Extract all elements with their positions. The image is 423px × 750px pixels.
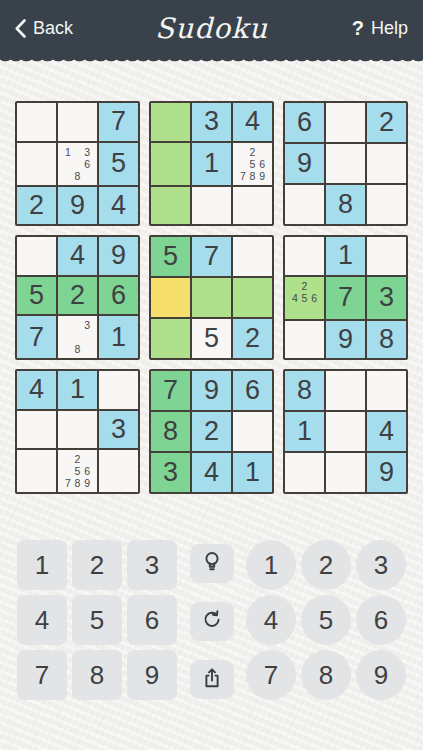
share-button[interactable] [190, 660, 234, 699]
cell-r8c3[interactable]: 3 [99, 411, 138, 449]
digit-button-3[interactable]: 3 [127, 540, 177, 590]
cell-value: 2 [204, 416, 219, 447]
cell-r8c6[interactable] [233, 412, 272, 451]
pencil-marks: 256789 [58, 450, 97, 492]
cell-r7c6[interactable]: 6 [233, 371, 272, 410]
cell-r7c9[interactable] [367, 371, 406, 410]
pencil-mark: 9 [257, 170, 267, 182]
cell-value: 5 [111, 148, 126, 179]
cell-value: 8 [338, 189, 353, 220]
cell-value: 9 [204, 375, 219, 406]
cell-r8c5[interactable]: 2 [192, 412, 231, 451]
pencil-mark: 5 [248, 158, 258, 170]
digit-button-9[interactable]: 9 [127, 650, 177, 700]
pencil-mark: 5 [73, 465, 83, 477]
cell-r7c3[interactable] [99, 371, 138, 409]
cell-r4c5[interactable]: 7 [192, 237, 231, 276]
box-3: 6298 [283, 101, 408, 226]
cell-r3c9[interactable] [367, 185, 406, 224]
cell-r1c2[interactable] [58, 103, 97, 141]
pencil-mark: 7 [63, 477, 73, 489]
cell-value: 4 [29, 374, 44, 405]
digit-button-1[interactable]: 1 [17, 540, 67, 590]
pencil-mark: 2 [248, 146, 258, 158]
pencil-mark: 2 [73, 453, 83, 465]
cell-r6c1[interactable]: 7 [17, 316, 56, 358]
pencil-marks: 2456 [285, 277, 324, 319]
cell-r4c6[interactable] [233, 237, 272, 276]
cell-r9c2[interactable]: 256789 [58, 450, 97, 492]
cell-r2c7[interactable]: 9 [285, 144, 324, 183]
note-button-7[interactable]: 7 [246, 650, 296, 700]
cell-r6c8[interactable]: 9 [326, 321, 365, 359]
pencil-mark: 7 [238, 170, 248, 182]
cell-r8c8[interactable] [326, 412, 365, 451]
cell-value: 4 [70, 240, 85, 271]
cell-value: 9 [379, 457, 394, 488]
cell-r5c5[interactable] [192, 278, 231, 317]
cell-r8c1[interactable] [17, 411, 56, 449]
cell-r1c3[interactable]: 7 [99, 103, 138, 141]
cell-r5c9[interactable]: 3 [367, 277, 406, 319]
pencil-marks: 38 [58, 316, 97, 358]
cell-r5c8[interactable]: 7 [326, 277, 365, 319]
pencil-mark: 6 [257, 158, 267, 170]
cell-r5c1[interactable]: 5 [17, 277, 56, 315]
cell-value: 6 [245, 375, 260, 406]
pencil-mark: 1 [63, 146, 73, 158]
digit-button-8[interactable]: 8 [72, 650, 122, 700]
cell-r7c2[interactable]: 1 [58, 371, 97, 409]
note-button-1[interactable]: 1 [246, 540, 296, 590]
cell-r9c9[interactable]: 9 [367, 453, 406, 492]
digit-button-6[interactable]: 6 [127, 595, 177, 645]
cell-value: 9 [70, 190, 85, 221]
header-wave-edge [0, 57, 423, 66]
cell-r4c7[interactable] [285, 237, 324, 275]
cell-value: 1 [204, 148, 219, 179]
pencil-mark: 8 [248, 170, 258, 182]
cell-value: 1 [338, 240, 353, 271]
cell-value: 6 [111, 280, 126, 311]
cell-r1c9[interactable]: 2 [367, 103, 406, 142]
cell-r1c1[interactable] [17, 103, 56, 141]
box-7: 413256789 [15, 369, 140, 494]
note-button-4[interactable]: 4 [246, 595, 296, 645]
cell-r8c7[interactable]: 1 [285, 412, 324, 451]
cell-r9c5[interactable]: 4 [192, 453, 231, 492]
cell-value: 7 [29, 322, 44, 353]
cell-value: 4 [204, 457, 219, 488]
cell-r2c9[interactable] [367, 144, 406, 183]
cell-r5c6[interactable] [233, 278, 272, 317]
cell-r5c2[interactable]: 2 [58, 277, 97, 315]
cell-r3c1[interactable]: 2 [17, 187, 56, 225]
pencil-mark: 3 [82, 319, 92, 331]
cell-value: 8 [297, 375, 312, 406]
cell-r3c4[interactable] [151, 187, 190, 225]
cell-value: 4 [379, 416, 394, 447]
back-label: Back [33, 18, 73, 39]
main-area: 7136852943412567896298495267381575212456… [0, 101, 423, 700]
digit-button-5[interactable]: 5 [72, 595, 122, 645]
note-button-2[interactable]: 2 [301, 540, 351, 590]
cell-value: 7 [204, 241, 219, 272]
cell-r2c2[interactable]: 1368 [58, 143, 97, 185]
cell-value: 7 [338, 282, 353, 313]
cell-r9c8[interactable] [326, 453, 365, 492]
cell-r3c5[interactable] [192, 187, 231, 225]
cell-value: 1 [245, 457, 260, 488]
number-pad-squares: 123456789 [17, 540, 177, 700]
cell-r7c5[interactable]: 9 [192, 371, 231, 410]
cell-r9c6[interactable]: 1 [233, 453, 272, 492]
box-9: 8149 [283, 369, 408, 494]
cell-r4c2[interactable]: 4 [58, 237, 97, 275]
cell-r7c7[interactable]: 8 [285, 371, 324, 410]
cell-value: 5 [204, 323, 219, 354]
cell-r5c3[interactable]: 6 [99, 277, 138, 315]
cell-r1c6[interactable]: 4 [233, 103, 272, 141]
cell-r4c8[interactable]: 1 [326, 237, 365, 275]
cell-value: 3 [163, 457, 178, 488]
pencil-mark: 6 [82, 158, 92, 170]
cell-r2c6[interactable]: 256789 [233, 143, 272, 185]
cell-value: 7 [163, 375, 178, 406]
digit-button-4[interactable]: 4 [17, 595, 67, 645]
cell-r2c8[interactable] [326, 144, 365, 183]
note-button-8[interactable]: 8 [301, 650, 351, 700]
cell-r2c3[interactable]: 5 [99, 143, 138, 185]
cell-value: 2 [29, 190, 44, 221]
cell-value: 2 [70, 280, 85, 311]
digit-button-2[interactable]: 2 [72, 540, 122, 590]
restart-button[interactable] [190, 602, 234, 641]
pencil-mark: 6 [309, 292, 319, 304]
cell-value: 8 [379, 324, 394, 355]
pencil-marks: 1368 [58, 143, 97, 185]
cell-r9c3[interactable] [99, 450, 138, 492]
cell-r6c3[interactable]: 1 [99, 316, 138, 358]
cell-r7c4[interactable]: 7 [151, 371, 190, 410]
cell-value: 6 [297, 107, 312, 138]
cell-r8c4[interactable]: 8 [151, 412, 190, 451]
cell-r1c4[interactable] [151, 103, 190, 141]
cell-value: 3 [204, 106, 219, 137]
cell-value: 2 [245, 323, 260, 354]
cell-value: 5 [163, 241, 178, 272]
cell-r1c5[interactable]: 3 [192, 103, 231, 141]
pencil-mark: 6 [82, 465, 92, 477]
pencil-marks: 256789 [233, 143, 272, 185]
cell-r1c7[interactable]: 6 [285, 103, 324, 142]
tool-column [190, 544, 234, 699]
box-1: 713685294 [15, 101, 140, 226]
note-button-9[interactable]: 9 [356, 650, 406, 700]
box-6: 124567398 [283, 235, 408, 360]
pencil-mark: 4 [290, 292, 300, 304]
note-button-5[interactable]: 5 [301, 595, 351, 645]
hint-button[interactable] [190, 544, 234, 583]
cell-r6c6[interactable]: 2 [233, 319, 272, 358]
cell-r6c9[interactable]: 8 [367, 321, 406, 359]
bottom-controls: 123456789 [0, 540, 423, 700]
cell-r6c2[interactable]: 38 [58, 316, 97, 358]
sudoku-board: 7136852943412567896298495267381575212456… [15, 101, 408, 494]
cell-r9c7[interactable] [285, 453, 324, 492]
help-question-icon: ? [352, 17, 364, 40]
cell-r4c4[interactable]: 5 [151, 237, 190, 276]
cell-value: 7 [111, 106, 126, 137]
pencil-mark: 8 [73, 477, 83, 489]
cell-r3c8[interactable]: 8 [326, 185, 365, 224]
pencil-mark: 3 [82, 146, 92, 158]
nav-bar: Back Sudoku ? Help [0, 0, 423, 57]
cell-r6c5[interactable]: 5 [192, 319, 231, 358]
pencil-mark: 2 [300, 280, 310, 292]
pencil-mark: 5 [300, 292, 310, 304]
cell-r5c7[interactable]: 2456 [285, 277, 324, 319]
digit-button-7[interactable]: 7 [17, 650, 67, 700]
cell-value: 8 [163, 416, 178, 447]
cell-value: 1 [70, 374, 85, 405]
cell-value: 1 [297, 416, 312, 447]
back-chevron-icon [15, 19, 26, 38]
pencil-mark: 8 [73, 170, 83, 182]
cell-r9c1[interactable] [17, 450, 56, 492]
cell-r1c8[interactable] [326, 103, 365, 142]
pencil-mark: 9 [82, 477, 92, 489]
cell-r8c9[interactable]: 4 [367, 412, 406, 451]
cell-r5c4[interactable] [151, 278, 190, 317]
cell-value: 9 [338, 324, 353, 355]
help-label: Help [371, 18, 408, 39]
cell-r4c3[interactable]: 9 [99, 237, 138, 275]
cell-r3c3[interactable]: 4 [99, 187, 138, 225]
share-icon [200, 666, 224, 693]
note-button-6[interactable]: 6 [356, 595, 406, 645]
number-pad-circles: 123456789 [246, 540, 406, 700]
back-button[interactable]: Back [15, 18, 73, 39]
cell-r2c4[interactable] [151, 143, 190, 185]
box-8: 79682341 [149, 369, 274, 494]
cell-value: 9 [297, 148, 312, 179]
redo-circle-icon [200, 608, 224, 635]
box-4: 495267381 [15, 235, 140, 360]
cell-r3c7[interactable] [285, 185, 324, 224]
cell-r4c9[interactable] [367, 237, 406, 275]
cell-value: 4 [245, 106, 260, 137]
box-5: 5752 [149, 235, 274, 360]
cell-r8c2[interactable] [58, 411, 97, 449]
help-button[interactable]: ? Help [352, 17, 408, 40]
lightbulb-icon [200, 550, 224, 577]
cell-value: 3 [379, 282, 394, 313]
cell-r9c4[interactable]: 3 [151, 453, 190, 492]
cell-r2c1[interactable] [17, 143, 56, 185]
cell-value: 1 [111, 322, 126, 353]
cell-value: 9 [111, 240, 126, 271]
cell-r7c8[interactable] [326, 371, 365, 410]
cell-value: 4 [111, 190, 126, 221]
cell-r6c7[interactable] [285, 321, 324, 359]
cell-r2c5[interactable]: 1 [192, 143, 231, 185]
cell-r7c1[interactable]: 4 [17, 371, 56, 409]
cell-value: 3 [111, 414, 126, 445]
cell-r3c2[interactable]: 9 [58, 187, 97, 225]
cell-value: 5 [29, 280, 44, 311]
note-button-3[interactable]: 3 [356, 540, 406, 590]
cell-r6c4[interactable] [151, 319, 190, 358]
cell-value: 2 [379, 107, 394, 138]
cell-r4c1[interactable] [17, 237, 56, 275]
cell-r3c6[interactable] [233, 187, 272, 225]
pencil-mark: 8 [73, 343, 83, 355]
box-2: 341256789 [149, 101, 274, 226]
